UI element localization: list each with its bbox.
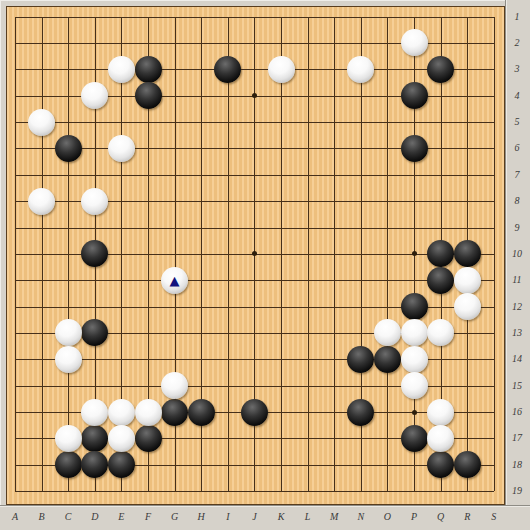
stone-black-P6[interactable] xyxy=(401,135,428,162)
stone-black-C6[interactable] xyxy=(55,135,82,162)
stone-black-E18[interactable] xyxy=(108,451,135,478)
stone-black-O14[interactable] xyxy=(374,346,401,373)
stone-black-Q18[interactable] xyxy=(427,451,454,478)
stone-black-G16[interactable] xyxy=(161,399,188,426)
stone-white-D16[interactable] xyxy=(81,399,108,426)
stone-white-E16[interactable] xyxy=(108,399,135,426)
grid-line-horizontal-19 xyxy=(15,491,494,492)
grid-line-vertical-L xyxy=(308,17,309,492)
stone-white-G11[interactable] xyxy=(161,267,188,294)
stone-black-Q11[interactable] xyxy=(427,267,454,294)
grid-line-vertical-M xyxy=(334,17,335,492)
stone-white-D4[interactable] xyxy=(81,82,108,109)
stone-white-Q13[interactable] xyxy=(427,319,454,346)
stone-white-Q17[interactable] xyxy=(427,425,454,452)
stone-white-O13[interactable] xyxy=(374,319,401,346)
window-frame: ▲ 12345678910111213141516171819ABCDEFGHI… xyxy=(0,0,530,530)
star-point-J4 xyxy=(252,93,257,98)
stone-white-B8[interactable] xyxy=(28,188,55,215)
stone-black-F3[interactable] xyxy=(135,56,162,83)
star-point-J10 xyxy=(252,251,257,256)
grid-line-vertical-K xyxy=(281,17,282,492)
stone-black-N16[interactable] xyxy=(347,399,374,426)
stone-black-N14[interactable] xyxy=(347,346,374,373)
stone-white-P2[interactable] xyxy=(401,29,428,56)
stone-white-C13[interactable] xyxy=(55,319,82,346)
stone-black-C18[interactable] xyxy=(55,451,82,478)
stone-black-R10[interactable] xyxy=(454,240,481,267)
stone-black-F4[interactable] xyxy=(135,82,162,109)
stone-black-D13[interactable] xyxy=(81,319,108,346)
stone-white-G15[interactable] xyxy=(161,372,188,399)
grid-line-horizontal-11 xyxy=(15,280,494,281)
grid-line-vertical-S xyxy=(494,17,495,492)
stone-white-R11[interactable] xyxy=(454,267,481,294)
stone-black-D18[interactable] xyxy=(81,451,108,478)
stone-white-E3[interactable] xyxy=(108,56,135,83)
stone-black-P17[interactable] xyxy=(401,425,428,452)
stone-white-K3[interactable] xyxy=(268,56,295,83)
stone-white-N3[interactable] xyxy=(347,56,374,83)
stone-white-E17[interactable] xyxy=(108,425,135,452)
stone-black-P12[interactable] xyxy=(401,293,428,320)
star-point-P16 xyxy=(412,410,417,415)
stone-black-R18[interactable] xyxy=(454,451,481,478)
stone-black-I3[interactable] xyxy=(214,56,241,83)
stone-white-P15[interactable] xyxy=(401,372,428,399)
stone-white-R12[interactable] xyxy=(454,293,481,320)
row-labels-strip xyxy=(505,0,530,530)
column-labels-strip xyxy=(0,505,530,530)
star-point-P10 xyxy=(412,251,417,256)
stone-black-J16[interactable] xyxy=(241,399,268,426)
stone-black-Q3[interactable] xyxy=(427,56,454,83)
stone-white-P13[interactable] xyxy=(401,319,428,346)
stone-white-D8[interactable] xyxy=(81,188,108,215)
stone-white-Q16[interactable] xyxy=(427,399,454,426)
stone-white-C17[interactable] xyxy=(55,425,82,452)
stone-black-D10[interactable] xyxy=(81,240,108,267)
stone-black-H16[interactable] xyxy=(188,399,215,426)
stone-white-P14[interactable] xyxy=(401,346,428,373)
stone-black-P4[interactable] xyxy=(401,82,428,109)
stone-black-F17[interactable] xyxy=(135,425,162,452)
grid-line-vertical-O xyxy=(387,17,388,492)
stone-white-B5[interactable] xyxy=(28,109,55,136)
stone-white-F16[interactable] xyxy=(135,399,162,426)
goban[interactable]: ▲ xyxy=(6,6,505,505)
stone-white-E6[interactable] xyxy=(108,135,135,162)
stone-black-Q10[interactable] xyxy=(427,240,454,267)
stone-white-C14[interactable] xyxy=(55,346,82,373)
stone-black-D17[interactable] xyxy=(81,425,108,452)
